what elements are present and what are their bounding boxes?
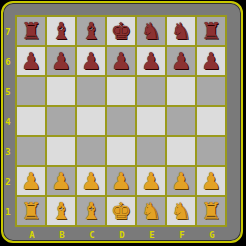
square-e3[interactable]: [137, 137, 165, 165]
square-d7[interactable]: ♚: [107, 17, 135, 45]
square-g7[interactable]: ♜: [197, 17, 225, 45]
black-rook-piece: ♜: [201, 17, 222, 45]
square-g4[interactable]: [197, 107, 225, 135]
square-g1[interactable]: ♜: [197, 197, 225, 225]
black-rook-piece: ♜: [21, 17, 42, 45]
black-knight-piece: ♞: [141, 17, 162, 45]
square-f7[interactable]: ♞: [167, 17, 195, 45]
square-f1[interactable]: ♞: [167, 197, 195, 225]
square-c4[interactable]: [77, 107, 105, 135]
black-pawn-piece: ♟: [141, 47, 162, 75]
square-a2[interactable]: ♟: [17, 167, 45, 195]
rank-labels: 7654321: [2, 17, 14, 227]
chess-board: ♜♝♝♚♞♞♜♟♟♟♟♟♟♟♟♟♟♟♟♟♟♜♝♝♚♞♞♜: [15, 15, 227, 227]
white-rook-piece: ♜: [201, 197, 222, 225]
rank-label-5: 5: [2, 77, 14, 107]
square-c6[interactable]: ♟: [77, 47, 105, 75]
square-a1[interactable]: ♜: [17, 197, 45, 225]
square-d4[interactable]: [107, 107, 135, 135]
white-pawn-piece: ♟: [21, 167, 42, 195]
square-a7[interactable]: ♜: [17, 17, 45, 45]
square-b3[interactable]: [47, 137, 75, 165]
file-label-f: F: [167, 228, 197, 241]
rank-label-6: 6: [2, 47, 14, 77]
square-c5[interactable]: [77, 77, 105, 105]
square-g6[interactable]: ♟: [197, 47, 225, 75]
white-knight-piece: ♞: [141, 197, 162, 225]
white-pawn-piece: ♟: [141, 167, 162, 195]
white-pawn-piece: ♟: [51, 167, 72, 195]
rank-label-4: 4: [2, 107, 14, 137]
black-pawn-piece: ♟: [51, 47, 72, 75]
square-f3[interactable]: [167, 137, 195, 165]
square-b2[interactable]: ♟: [47, 167, 75, 195]
file-label-d: D: [107, 228, 137, 241]
square-g2[interactable]: ♟: [197, 167, 225, 195]
file-label-c: C: [77, 228, 107, 241]
white-bishop-piece: ♝: [81, 197, 102, 225]
file-label-b: B: [47, 228, 77, 241]
white-knight-piece: ♞: [171, 197, 192, 225]
black-king-piece: ♚: [111, 17, 132, 45]
square-f4[interactable]: [167, 107, 195, 135]
black-pawn-piece: ♟: [201, 47, 222, 75]
square-f5[interactable]: [167, 77, 195, 105]
white-pawn-piece: ♟: [171, 167, 192, 195]
square-b5[interactable]: [47, 77, 75, 105]
square-a6[interactable]: ♟: [17, 47, 45, 75]
square-e6[interactable]: ♟: [137, 47, 165, 75]
square-g3[interactable]: [197, 137, 225, 165]
black-pawn-piece: ♟: [171, 47, 192, 75]
square-d5[interactable]: [107, 77, 135, 105]
square-c3[interactable]: [77, 137, 105, 165]
black-bishop-piece: ♝: [51, 17, 72, 45]
square-g5[interactable]: [197, 77, 225, 105]
square-e4[interactable]: [137, 107, 165, 135]
rank-label-7: 7: [2, 17, 14, 47]
square-c2[interactable]: ♟: [77, 167, 105, 195]
square-b7[interactable]: ♝: [47, 17, 75, 45]
square-c1[interactable]: ♝: [77, 197, 105, 225]
white-pawn-piece: ♟: [81, 167, 102, 195]
square-e7[interactable]: ♞: [137, 17, 165, 45]
square-d1[interactable]: ♚: [107, 197, 135, 225]
square-a5[interactable]: [17, 77, 45, 105]
rank-label-1: 1: [2, 197, 14, 227]
square-f6[interactable]: ♟: [167, 47, 195, 75]
black-pawn-piece: ♟: [21, 47, 42, 75]
square-c7[interactable]: ♝: [77, 17, 105, 45]
file-label-e: E: [137, 228, 167, 241]
white-pawn-piece: ♟: [111, 167, 132, 195]
square-a4[interactable]: [17, 107, 45, 135]
square-d2[interactable]: ♟: [107, 167, 135, 195]
white-bishop-piece: ♝: [51, 197, 72, 225]
file-label-a: A: [17, 228, 47, 241]
file-label-g: G: [197, 228, 227, 241]
white-rook-piece: ♜: [21, 197, 42, 225]
square-b6[interactable]: ♟: [47, 47, 75, 75]
square-d3[interactable]: [107, 137, 135, 165]
black-knight-piece: ♞: [171, 17, 192, 45]
white-king-piece: ♚: [111, 197, 132, 225]
rank-label-2: 2: [2, 167, 14, 197]
black-bishop-piece: ♝: [81, 17, 102, 45]
white-pawn-piece: ♟: [201, 167, 222, 195]
square-a3[interactable]: [17, 137, 45, 165]
square-e2[interactable]: ♟: [137, 167, 165, 195]
square-e1[interactable]: ♞: [137, 197, 165, 225]
square-d6[interactable]: ♟: [107, 47, 135, 75]
square-b1[interactable]: ♝: [47, 197, 75, 225]
chess-app-window: 7654321 ABCDEFG ♜♝♝♚♞♞♜♟♟♟♟♟♟♟♟♟♟♟♟♟♟♜♝♝…: [0, 0, 246, 246]
square-b4[interactable]: [47, 107, 75, 135]
black-pawn-piece: ♟: [111, 47, 132, 75]
file-labels: ABCDEFG: [17, 228, 227, 241]
black-pawn-piece: ♟: [81, 47, 102, 75]
square-e5[interactable]: [137, 77, 165, 105]
square-f2[interactable]: ♟: [167, 167, 195, 195]
rank-label-3: 3: [2, 137, 14, 167]
